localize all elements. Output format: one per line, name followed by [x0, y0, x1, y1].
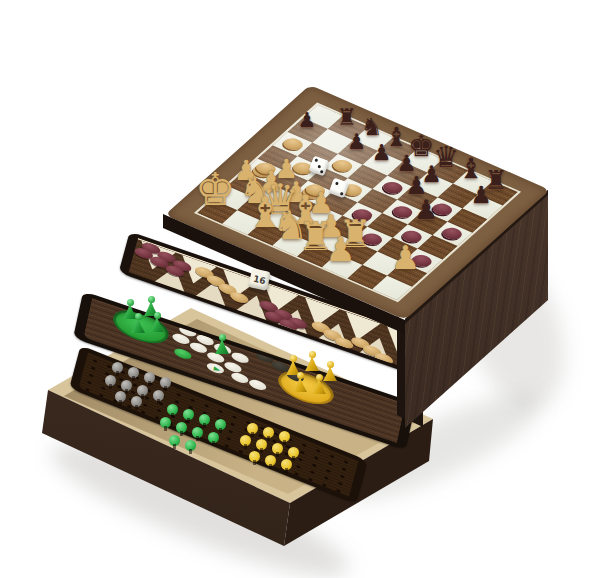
peg-hole — [328, 462, 333, 466]
peg-hole — [340, 475, 345, 479]
peg-hole — [119, 378, 124, 382]
peg-hole — [185, 420, 190, 424]
peg-hole — [174, 400, 179, 404]
checkers-disc — [379, 180, 405, 196]
peg-hole — [242, 435, 247, 439]
peg-hole — [308, 478, 313, 482]
peg-hole — [238, 450, 243, 454]
peg-hole — [282, 459, 287, 463]
peg-hole — [107, 365, 112, 369]
peg-hole — [312, 463, 317, 467]
peg-hole — [105, 372, 110, 376]
peg-hole — [336, 489, 341, 493]
doubling-cube: 16 — [248, 268, 271, 291]
checkers-disc — [289, 160, 315, 176]
ludo-spot-white — [248, 378, 267, 392]
peg-hole — [254, 448, 259, 452]
peg-hole — [316, 449, 321, 453]
ludo-pawn-head — [327, 361, 334, 368]
peg-hole — [188, 406, 193, 410]
peg-hole — [91, 366, 96, 370]
peg-hole — [197, 433, 202, 437]
peg-hole — [230, 422, 235, 426]
checkers-disc — [429, 201, 455, 217]
peg-hole — [204, 404, 209, 408]
peg-hole — [300, 450, 305, 454]
checkers-disc — [389, 204, 415, 220]
peg-hole — [324, 476, 329, 480]
peg-hole — [252, 455, 257, 459]
checkers-disc — [409, 253, 435, 269]
peg-hole — [147, 389, 152, 393]
peg-hole — [314, 456, 319, 460]
peg-hole — [212, 431, 217, 435]
peg-hole — [117, 385, 122, 389]
peg-hole — [127, 405, 132, 409]
ludo-pawn-head — [309, 351, 316, 358]
peg-hole — [161, 394, 166, 398]
peg-hole — [258, 434, 263, 438]
peg-hole — [256, 441, 261, 445]
peg-hole — [121, 370, 126, 374]
peg-hole — [310, 471, 315, 475]
peg-hole — [159, 402, 164, 406]
peg-hole — [322, 483, 327, 487]
peg-hole — [131, 390, 136, 394]
peg-hole — [284, 452, 289, 456]
peg-hole — [294, 472, 299, 476]
peg-hole — [218, 410, 223, 414]
peg-hole — [183, 427, 188, 431]
checkers-disc — [280, 136, 306, 152]
checkers-disc — [359, 231, 385, 247]
checkers-disc — [349, 207, 375, 223]
peg-hole — [141, 410, 146, 414]
peg-hole — [228, 430, 233, 434]
peg-hole — [326, 469, 331, 473]
peg-hole — [298, 458, 303, 462]
peg-hole — [260, 426, 265, 430]
peg-hole — [244, 428, 249, 432]
checkers-disc — [399, 228, 425, 244]
peg-hole — [113, 399, 118, 403]
ludo-arrow-spot: ▲ — [206, 361, 225, 375]
peg-hole — [169, 422, 174, 426]
ludo-spot-green — [173, 347, 192, 361]
peg-hole — [199, 426, 204, 430]
ludo-spot-white — [230, 371, 249, 385]
peg-hole — [176, 393, 181, 397]
ludo-arrow-icon: ▲ — [210, 365, 220, 371]
peg-hole — [87, 381, 92, 385]
peg-hole — [190, 398, 195, 402]
peg-hole — [214, 424, 219, 428]
peg-hole — [272, 439, 277, 443]
peg-hole — [226, 437, 231, 441]
checkers-disc — [339, 182, 365, 198]
ludo-pawn-head — [148, 296, 155, 303]
peg-hole — [129, 398, 134, 402]
peg-hole — [85, 388, 90, 392]
peg-hole — [162, 387, 167, 391]
checkers-disc — [329, 158, 355, 174]
peg-hole — [115, 392, 120, 396]
product-photo: ▲ 16 ♜♞♝♚♛♝♜♟♟♟♟♟♟♟♟♟♟♟♟♟♞♛♝♟♜♟♚♝♞♜♟ — [0, 0, 600, 578]
peg-hole — [143, 403, 148, 407]
ludo-pawn-head — [127, 299, 134, 306]
peg-hole — [157, 409, 162, 413]
peg-hole — [344, 460, 349, 464]
peg-hole — [302, 443, 307, 447]
peg-hole — [274, 432, 279, 436]
peg-hole — [232, 415, 237, 419]
peg-hole — [173, 407, 178, 411]
checkers-disc — [439, 226, 465, 242]
doubling-cube-value: 16 — [252, 273, 266, 285]
peg-hole — [99, 394, 104, 398]
peg-hole — [268, 454, 273, 458]
peg-hole — [330, 455, 335, 459]
peg-hole — [149, 382, 154, 386]
peg-hole — [101, 386, 106, 390]
peg-hole — [103, 379, 108, 383]
peg-hole — [202, 411, 207, 415]
peg-hole — [155, 416, 160, 420]
peg-hole — [240, 442, 245, 446]
peg-hole — [211, 438, 216, 442]
peg-hole — [342, 467, 347, 471]
peg-hole — [286, 445, 291, 449]
peg-hole — [93, 359, 98, 363]
peg-hole — [224, 444, 229, 448]
peg-hole — [288, 438, 293, 442]
peg-hole — [270, 446, 275, 450]
peg-hole — [133, 383, 138, 387]
peg-hole — [187, 413, 192, 417]
peg-hole — [89, 374, 94, 378]
peg-hole — [200, 418, 205, 422]
peg-hole — [266, 461, 271, 465]
peg-hole — [246, 421, 251, 425]
peg-hole — [338, 482, 343, 486]
peg-hole — [216, 417, 221, 421]
peg-hole — [280, 466, 285, 470]
peg-hole — [171, 414, 176, 418]
peg-hole — [145, 396, 150, 400]
peg-hole — [135, 376, 140, 380]
peg-hole — [296, 465, 301, 469]
